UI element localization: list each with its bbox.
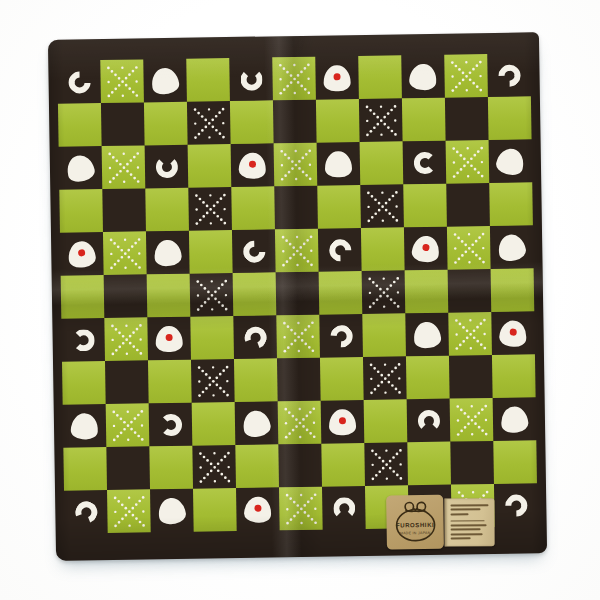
cell-r1c6 <box>272 57 316 101</box>
cell-r3c3 <box>145 145 189 189</box>
cell-r9c11 <box>493 397 537 441</box>
onigiri-umeboshi-icon <box>498 319 527 347</box>
cell-r10c3 <box>149 446 193 490</box>
umeboshi-dot <box>333 73 340 80</box>
cell-r5c2 <box>103 231 147 275</box>
cell-r11c5 <box>236 487 280 531</box>
cell-r6c2 <box>104 274 148 318</box>
cell-r3c7 <box>317 142 361 186</box>
onigiri-umeboshi-icon <box>238 151 266 178</box>
cell-r6c4 <box>190 273 234 317</box>
product-label: FUROSHIKI MADE IN JAPAN <box>386 494 495 550</box>
onigiri-icon <box>500 405 530 434</box>
cell-r4c7 <box>317 185 361 229</box>
onigiri-umeboshi-icon <box>323 65 350 91</box>
horseshoe-icon <box>333 497 355 519</box>
cell-r9c7 <box>321 400 365 444</box>
brand-tag: FUROSHIKI MADE IN JAPAN <box>386 495 444 550</box>
cell-r8c11 <box>492 354 536 398</box>
cell-r11c4 <box>193 488 237 532</box>
cell-r9c3 <box>149 403 193 447</box>
furoshiki-cloth: FUROSHIKI MADE IN JAPAN <box>48 32 547 561</box>
onigiri-umeboshi-icon <box>329 409 356 435</box>
cell-r7c10 <box>448 312 492 356</box>
cell-r5c8 <box>361 227 405 271</box>
booklet-text-line <box>450 509 480 511</box>
cell-r9c6 <box>278 401 322 445</box>
cell-r4c8 <box>360 184 404 228</box>
cell-r3c4 <box>188 144 232 188</box>
cell-r1c1 <box>57 60 101 104</box>
booklet-text-line <box>451 520 485 522</box>
horseshoe-icon <box>72 329 94 351</box>
cell-r9c5 <box>235 401 279 445</box>
cell-r8c1 <box>62 361 106 405</box>
cell-r6c10 <box>448 269 492 313</box>
cell-r4c3 <box>145 188 189 232</box>
umeboshi-dot <box>339 417 346 424</box>
cell-r6c1 <box>61 275 105 319</box>
cell-r7c9 <box>405 313 449 357</box>
label-booklet-page <box>444 498 494 546</box>
cell-r11c11 <box>494 483 538 527</box>
cell-r10c10 <box>450 441 494 485</box>
cell-r1c9 <box>401 55 445 99</box>
cell-r8c2 <box>105 360 149 404</box>
horseshoe-icon <box>159 413 181 435</box>
cell-r10c6 <box>278 444 322 488</box>
cell-r7c7 <box>319 314 363 358</box>
cross-dots-icon <box>369 447 404 482</box>
cell-r9c2 <box>106 403 150 447</box>
cell-r10c5 <box>235 444 279 488</box>
onigiri-icon <box>496 232 527 263</box>
umeboshi-dot <box>422 244 430 252</box>
cross-dots-icon <box>282 405 317 440</box>
cell-r11c7 <box>322 486 366 530</box>
cell-r7c1 <box>61 318 105 362</box>
cell-r2c10 <box>445 97 489 141</box>
cell-r1c10 <box>444 54 488 98</box>
cell-r2c4 <box>187 101 231 145</box>
cell-r10c7 <box>321 443 365 487</box>
brand-name: FUROSHIKI <box>387 522 444 529</box>
onigiri-umeboshi-icon <box>67 239 97 268</box>
booklet-text-line <box>451 524 487 526</box>
cross-dots-icon <box>193 192 228 227</box>
cell-r9c1 <box>63 404 107 448</box>
onigiri-icon <box>64 152 96 183</box>
cell-r6c8 <box>362 270 406 314</box>
horseshoe-icon <box>500 490 531 521</box>
cell-r2c3 <box>144 102 188 146</box>
horseshoe-icon <box>71 497 100 526</box>
horseshoe-icon <box>493 60 524 91</box>
cell-r3c5 <box>231 143 275 187</box>
onigiri-umeboshi-icon <box>155 325 182 351</box>
cell-r5c11 <box>490 225 534 269</box>
cell-r3c6 <box>274 143 318 187</box>
cross-dots-icon <box>108 236 143 271</box>
cell-r2c6 <box>273 100 317 144</box>
cell-r8c8 <box>363 356 407 400</box>
cell-r6c7 <box>319 271 363 315</box>
cross-dots-icon <box>106 150 141 185</box>
cell-r3c2 <box>102 145 146 189</box>
umeboshi-dot <box>509 328 517 336</box>
onigiri-icon <box>412 320 442 349</box>
cell-r10c8 <box>364 442 408 486</box>
cross-dots-icon <box>363 103 398 138</box>
cell-r4c4 <box>188 187 232 231</box>
cross-dots-icon <box>450 145 485 180</box>
cell-r2c5 <box>230 100 274 144</box>
cell-r8c6 <box>277 358 321 402</box>
cell-r8c3 <box>148 360 192 404</box>
cell-r3c1 <box>59 146 103 190</box>
booklet-text-line <box>451 533 483 535</box>
horseshoe-icon <box>238 236 269 267</box>
cross-dots-icon <box>280 233 315 268</box>
cell-r7c6 <box>276 315 320 359</box>
cell-r5c6 <box>275 229 319 273</box>
cell-r1c11 <box>487 53 531 97</box>
cell-r11c6 <box>279 487 323 531</box>
cell-r10c11 <box>493 440 537 484</box>
horseshoe-icon <box>240 68 262 90</box>
cell-r1c4 <box>186 58 230 102</box>
cell-r4c9 <box>403 184 447 228</box>
cell-r6c11 <box>491 268 535 312</box>
horseshoe-icon <box>155 155 177 177</box>
cell-r5c10 <box>447 226 491 270</box>
onigiri-icon <box>70 412 98 439</box>
cell-r10c1 <box>63 447 107 491</box>
cell-r2c2 <box>101 102 145 146</box>
horseshoe-icon <box>324 234 355 265</box>
cell-r11c3 <box>150 489 194 533</box>
umeboshi-dot <box>254 504 261 511</box>
cross-dots-icon <box>110 408 145 443</box>
cell-r1c2 <box>100 59 144 103</box>
cell-r4c6 <box>274 186 318 230</box>
onigiri-umeboshi-icon <box>243 495 272 523</box>
cell-r8c5 <box>234 358 278 402</box>
cell-r6c6 <box>276 272 320 316</box>
cell-r3c10 <box>446 140 490 184</box>
cell-r1c3 <box>143 59 187 103</box>
onigiri-umeboshi-icon <box>411 234 441 263</box>
cross-dots-icon <box>284 491 319 526</box>
cross-dots-icon <box>281 319 316 354</box>
cell-r7c5 <box>233 315 277 359</box>
onigiri-icon <box>153 238 182 266</box>
cross-dots-icon <box>194 278 229 313</box>
cross-dots-icon <box>109 322 144 357</box>
onigiri-icon <box>156 496 187 526</box>
cell-r5c1 <box>60 232 104 276</box>
cell-r6c5 <box>233 272 277 316</box>
horseshoe-icon <box>413 151 435 173</box>
onigiri-icon <box>494 145 526 176</box>
umeboshi-dot <box>166 334 173 341</box>
cell-r9c10 <box>450 398 494 442</box>
cross-dots-icon <box>197 450 232 485</box>
horseshoe-icon <box>417 409 439 431</box>
horseshoe-icon <box>64 66 95 97</box>
cell-r3c8 <box>360 141 404 185</box>
cell-r1c8 <box>358 55 402 99</box>
cross-dots-icon <box>196 364 231 399</box>
cell-r7c4 <box>190 316 234 360</box>
cell-r8c9 <box>406 356 450 400</box>
cross-dots-icon <box>454 403 489 438</box>
umeboshi-dot <box>249 160 256 167</box>
cell-r11c1 <box>64 490 108 534</box>
booklet-text-line <box>451 529 481 531</box>
photo-background: FUROSHIKI MADE IN JAPAN <box>0 0 600 600</box>
cross-dots-icon <box>191 106 226 141</box>
cell-r7c3 <box>147 317 191 361</box>
cell-r4c11 <box>489 182 533 226</box>
cross-dots-icon <box>112 494 147 529</box>
cross-dots-icon <box>365 189 400 224</box>
cell-r2c11 <box>488 96 532 140</box>
onigiri-icon <box>325 151 352 177</box>
cell-r5c3 <box>146 231 190 275</box>
cell-r8c7 <box>320 357 364 401</box>
horseshoe-icon <box>326 320 357 351</box>
cell-r7c11 <box>491 311 535 355</box>
cross-dots-icon <box>368 361 403 396</box>
onigiri-icon <box>408 62 437 90</box>
booklet-text-line <box>451 537 471 539</box>
cell-r10c4 <box>192 445 236 489</box>
cell-r9c8 <box>364 399 408 443</box>
cell-r4c10 <box>446 183 490 227</box>
cell-r1c5 <box>229 57 273 101</box>
cell-r2c8 <box>359 98 403 142</box>
cell-r5c4 <box>189 230 233 274</box>
horseshoe-icon <box>241 323 270 352</box>
cell-r4c1 <box>59 189 103 233</box>
cell-r7c2 <box>104 317 148 361</box>
cross-dots-icon <box>278 147 313 182</box>
cell-r5c5 <box>232 229 276 273</box>
cross-dots-icon <box>366 275 401 310</box>
onigiri-icon <box>150 66 181 96</box>
cell-r4c2 <box>102 188 146 232</box>
cell-r6c3 <box>147 274 191 318</box>
cross-dots-icon <box>453 317 488 352</box>
cell-r10c9 <box>407 442 451 486</box>
cell-r11c2 <box>107 489 151 533</box>
cell-r5c9 <box>404 227 448 271</box>
onigiri-icon <box>241 408 272 439</box>
checkerboard <box>57 53 537 533</box>
cross-dots-icon <box>105 64 140 99</box>
booklet-text-line <box>451 513 469 515</box>
cell-r9c9 <box>407 399 451 443</box>
cell-r2c9 <box>402 98 446 142</box>
cell-r6c9 <box>405 270 449 314</box>
cross-dots-icon <box>277 61 312 96</box>
cell-r2c7 <box>316 99 360 143</box>
cell-r8c10 <box>449 355 493 399</box>
cell-r2c1 <box>58 103 102 147</box>
cell-r5c7 <box>318 228 362 272</box>
cell-r3c11 <box>489 139 533 183</box>
cross-dots-icon <box>449 59 484 94</box>
cell-r10c2 <box>106 446 150 490</box>
cell-r9c4 <box>192 402 236 446</box>
cross-dots-icon <box>451 231 486 266</box>
cell-r1c7 <box>315 56 359 100</box>
umeboshi-dot <box>78 249 86 257</box>
booklet-text-line <box>450 504 488 506</box>
cell-r7c8 <box>362 313 406 357</box>
cell-r3c9 <box>403 141 447 185</box>
cell-r8c4 <box>191 359 235 403</box>
cell-r4c5 <box>231 186 275 230</box>
